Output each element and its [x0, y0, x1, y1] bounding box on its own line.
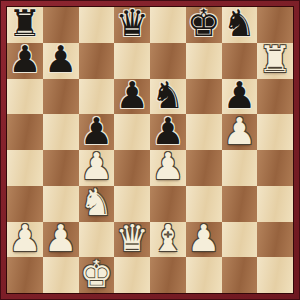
- square-a6[interactable]: [7, 79, 43, 115]
- square-b1[interactable]: [43, 257, 79, 293]
- square-h7[interactable]: ♜: [257, 43, 293, 79]
- white-pawn-piece[interactable]: ♟: [8, 222, 41, 257]
- white-pawn-piece[interactable]: ♟: [187, 222, 220, 257]
- square-b8[interactable]: [43, 7, 79, 43]
- square-f5[interactable]: [186, 114, 222, 150]
- square-e5[interactable]: ♟: [150, 114, 186, 150]
- square-d8[interactable]: ♛: [114, 7, 150, 43]
- white-pawn-piece[interactable]: ♟: [80, 150, 113, 185]
- square-b5[interactable]: [43, 114, 79, 150]
- square-h8[interactable]: [257, 7, 293, 43]
- square-c6[interactable]: [79, 79, 115, 115]
- square-b7[interactable]: ♟: [43, 43, 79, 79]
- square-d6[interactable]: ♟: [114, 79, 150, 115]
- white-king-piece[interactable]: ♚: [80, 257, 113, 292]
- square-h5[interactable]: [257, 114, 293, 150]
- square-h2[interactable]: [257, 222, 293, 258]
- white-queen-piece[interactable]: ♛: [116, 222, 149, 257]
- square-c4[interactable]: ♟: [79, 150, 115, 186]
- square-f2[interactable]: ♟: [186, 222, 222, 258]
- square-d7[interactable]: [114, 43, 150, 79]
- square-g3[interactable]: [222, 186, 258, 222]
- square-b6[interactable]: [43, 79, 79, 115]
- black-knight-piece[interactable]: ♞: [223, 7, 256, 42]
- square-e7[interactable]: [150, 43, 186, 79]
- square-a1[interactable]: [7, 257, 43, 293]
- black-knight-piece[interactable]: ♞: [151, 79, 184, 114]
- square-h3[interactable]: [257, 186, 293, 222]
- chess-board: ♜♛♚♞♟♟♜♟♞♟♟♟♟♟♟♞♟♟♛♝♟♚: [7, 7, 293, 293]
- square-d4[interactable]: [114, 150, 150, 186]
- square-b4[interactable]: [43, 150, 79, 186]
- square-c7[interactable]: [79, 43, 115, 79]
- square-a3[interactable]: [7, 186, 43, 222]
- square-a7[interactable]: ♟: [7, 43, 43, 79]
- square-c8[interactable]: [79, 7, 115, 43]
- square-c5[interactable]: ♟: [79, 114, 115, 150]
- square-f1[interactable]: [186, 257, 222, 293]
- square-c1[interactable]: ♚: [79, 257, 115, 293]
- square-h4[interactable]: [257, 150, 293, 186]
- square-d2[interactable]: ♛: [114, 222, 150, 258]
- square-g2[interactable]: [222, 222, 258, 258]
- square-e4[interactable]: ♟: [150, 150, 186, 186]
- square-c2[interactable]: [79, 222, 115, 258]
- square-e3[interactable]: [150, 186, 186, 222]
- square-f4[interactable]: [186, 150, 222, 186]
- square-g5[interactable]: ♟: [222, 114, 258, 150]
- chess-board-frame: ♜♛♚♞♟♟♜♟♞♟♟♟♟♟♟♞♟♟♛♝♟♚: [0, 0, 300, 300]
- square-f3[interactable]: [186, 186, 222, 222]
- square-f6[interactable]: [186, 79, 222, 115]
- square-b2[interactable]: ♟: [43, 222, 79, 258]
- white-pawn-piece[interactable]: ♟: [151, 150, 184, 185]
- square-e6[interactable]: ♞: [150, 79, 186, 115]
- black-pawn-piece[interactable]: ♟: [223, 79, 256, 114]
- black-king-piece[interactable]: ♚: [187, 7, 220, 42]
- black-pawn-piece[interactable]: ♟: [44, 43, 77, 78]
- black-queen-piece[interactable]: ♛: [116, 7, 149, 42]
- square-d3[interactable]: [114, 186, 150, 222]
- square-e1[interactable]: [150, 257, 186, 293]
- square-g8[interactable]: ♞: [222, 7, 258, 43]
- square-d1[interactable]: [114, 257, 150, 293]
- square-g1[interactable]: [222, 257, 258, 293]
- black-pawn-piece[interactable]: ♟: [116, 79, 149, 114]
- square-e8[interactable]: [150, 7, 186, 43]
- white-pawn-piece[interactable]: ♟: [44, 222, 77, 257]
- black-pawn-piece[interactable]: ♟: [151, 114, 184, 149]
- square-b3[interactable]: [43, 186, 79, 222]
- square-g6[interactable]: ♟: [222, 79, 258, 115]
- square-h6[interactable]: [257, 79, 293, 115]
- square-g7[interactable]: [222, 43, 258, 79]
- square-a5[interactable]: [7, 114, 43, 150]
- square-c3[interactable]: ♞: [79, 186, 115, 222]
- square-f8[interactable]: ♚: [186, 7, 222, 43]
- black-pawn-piece[interactable]: ♟: [8, 43, 41, 78]
- black-rook-piece[interactable]: ♜: [8, 7, 41, 42]
- white-rook-piece[interactable]: ♜: [259, 43, 292, 78]
- white-bishop-piece[interactable]: ♝: [151, 222, 184, 257]
- black-pawn-piece[interactable]: ♟: [80, 114, 113, 149]
- white-pawn-piece[interactable]: ♟: [223, 114, 256, 149]
- square-a4[interactable]: [7, 150, 43, 186]
- square-a8[interactable]: ♜: [7, 7, 43, 43]
- square-d5[interactable]: [114, 114, 150, 150]
- white-knight-piece[interactable]: ♞: [80, 186, 113, 221]
- square-g4[interactable]: [222, 150, 258, 186]
- square-e2[interactable]: ♝: [150, 222, 186, 258]
- square-a2[interactable]: ♟: [7, 222, 43, 258]
- square-f7[interactable]: [186, 43, 222, 79]
- square-h1[interactable]: [257, 257, 293, 293]
